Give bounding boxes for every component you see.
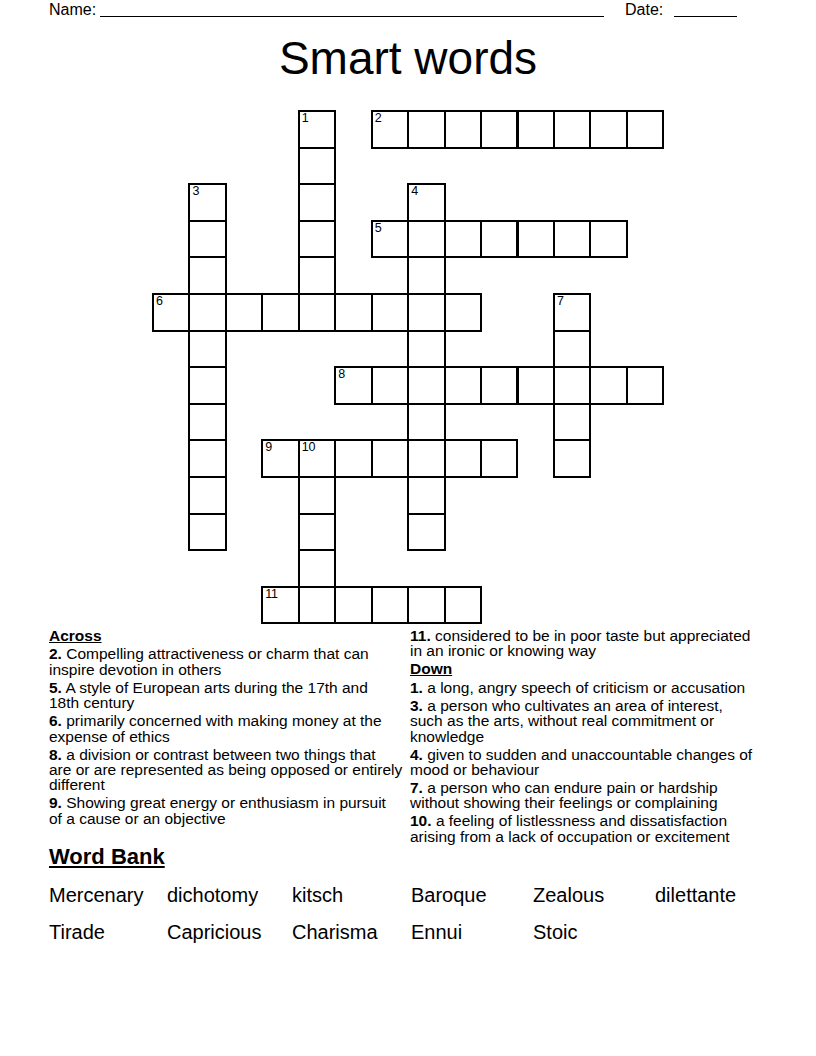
- clue-item-text: a feeling of listlessness and dissatisfa…: [410, 812, 730, 844]
- cell-number: 9: [265, 441, 272, 454]
- grid-cell[interactable]: [407, 220, 445, 259]
- grid-cell[interactable]: [553, 330, 591, 369]
- grid-cell[interactable]: [407, 513, 445, 552]
- grid-cell[interactable]: [298, 220, 336, 259]
- clue-item-text: a person who cultivates an area of inter…: [410, 697, 723, 745]
- grid-cell[interactable]: [444, 439, 482, 478]
- clue-item: 2. Compelling attractiveness or charm th…: [49, 646, 445, 677]
- clue-item: 8. a division or contrast between two th…: [49, 747, 445, 793]
- clue-item: 6. primarily concerned with making money…: [49, 713, 445, 744]
- grid-cell[interactable]: 10: [298, 439, 336, 478]
- grid-cell[interactable]: [298, 476, 336, 515]
- grid-cell[interactable]: [444, 293, 482, 332]
- clue-heading-down: Down: [410, 661, 812, 676]
- grid-cell[interactable]: [589, 366, 627, 405]
- clue-item: 9. Showing great energy or enthusiasm in…: [49, 795, 445, 826]
- grid-cell[interactable]: 4: [407, 183, 445, 222]
- grid-cell[interactable]: [553, 403, 591, 442]
- grid-cell[interactable]: [407, 439, 445, 478]
- grid-cell[interactable]: [444, 586, 482, 625]
- grid-cell[interactable]: [371, 366, 409, 405]
- cell-number: 1: [302, 112, 309, 125]
- clue-item: 3. a person who cultivates an area of in…: [410, 698, 812, 744]
- grid-cell[interactable]: [334, 586, 372, 625]
- word-bank-item: Tirade: [49, 921, 167, 958]
- grid-cell[interactable]: [261, 293, 299, 332]
- grid-cell[interactable]: [407, 366, 445, 405]
- grid-cell[interactable]: [589, 220, 627, 259]
- grid-cell[interactable]: [626, 110, 664, 149]
- grid-cell[interactable]: [553, 110, 591, 149]
- grid-cell[interactable]: 5: [371, 220, 409, 259]
- grid-cell[interactable]: 2: [371, 110, 409, 149]
- date-label: Date:: [625, 1, 663, 19]
- cell-number: 4: [411, 185, 418, 198]
- clue-item-text: given to sudden and unaccountable change…: [410, 746, 752, 778]
- clue-item-text: a person who can endure pain or hardship…: [410, 779, 718, 811]
- cell-number: 3: [192, 185, 199, 198]
- grid-cell[interactable]: [298, 183, 336, 222]
- word-bank-item: Ennui: [411, 921, 533, 958]
- clue-item: 5. A style of European arts during the 1…: [49, 680, 445, 711]
- cell-number: 11: [265, 588, 277, 601]
- clue-item-text: a division or contrast between two thing…: [49, 746, 402, 794]
- date-line[interactable]: [674, 16, 737, 17]
- grid-cell[interactable]: [225, 293, 263, 332]
- word-bank-item: Mercenary: [49, 884, 167, 921]
- grid-cell[interactable]: [188, 476, 226, 515]
- cell-number: 5: [375, 222, 382, 235]
- grid-cell[interactable]: [553, 220, 591, 259]
- word-bank-item: dichotomy: [167, 884, 292, 921]
- word-bank-item: Capricious: [167, 921, 292, 958]
- grid-cell[interactable]: [334, 439, 372, 478]
- grid-cell[interactable]: [298, 549, 336, 588]
- grid-cell[interactable]: [407, 110, 445, 149]
- grid-cell[interactable]: [517, 366, 555, 405]
- grid-cell[interactable]: [298, 293, 336, 332]
- grid-cell[interactable]: [188, 293, 226, 332]
- grid-cell[interactable]: [407, 293, 445, 332]
- grid-cell[interactable]: [298, 147, 336, 186]
- cell-number: 2: [375, 112, 382, 125]
- grid-cell[interactable]: [334, 293, 372, 332]
- grid-cell[interactable]: [407, 256, 445, 295]
- grid-cell[interactable]: 11: [261, 586, 299, 625]
- grid-cell[interactable]: [371, 439, 409, 478]
- word-bank-item: Baroque: [411, 884, 533, 921]
- grid-cell[interactable]: [371, 293, 409, 332]
- grid-cell[interactable]: [188, 256, 226, 295]
- clue-item: 11. considered to be in poor taste but a…: [410, 628, 812, 659]
- grid-cell[interactable]: 1: [298, 110, 336, 149]
- grid-cell[interactable]: 7: [553, 293, 591, 332]
- grid-cell[interactable]: [626, 366, 664, 405]
- clue-item-text: Compelling attractiveness or charm that …: [49, 645, 369, 677]
- name-label: Name:: [49, 1, 96, 19]
- word-bank: MercenarydichotomykitschBaroqueZealousdi…: [49, 884, 736, 959]
- grid-cell[interactable]: [188, 330, 226, 369]
- grid-cell[interactable]: [188, 439, 226, 478]
- grid-cell[interactable]: [517, 220, 555, 259]
- clues-column-left: Across2. Compelling attractiveness or ch…: [49, 628, 445, 829]
- word-bank-item: Charisma: [292, 921, 411, 958]
- clue-item-text: Showing great energy or enthusiasm in pu…: [49, 794, 386, 826]
- word-bank-item: kitsch: [292, 884, 411, 921]
- grid-cell[interactable]: [407, 403, 445, 442]
- cell-number: 6: [156, 295, 163, 308]
- clue-heading-across: Across: [49, 628, 445, 643]
- grid-cell[interactable]: [480, 220, 518, 259]
- grid-cell[interactable]: [298, 513, 336, 552]
- clue-item-number: 1.: [410, 679, 423, 696]
- clue-item-text: primarily concerned with making money at…: [49, 712, 382, 744]
- grid-cell[interactable]: [589, 110, 627, 149]
- grid-cell[interactable]: [188, 366, 226, 405]
- grid-cell[interactable]: [188, 403, 226, 442]
- clue-item: 4. given to sudden and unaccountable cha…: [410, 747, 812, 778]
- grid-cell[interactable]: [298, 586, 336, 625]
- word-bank-heading: Word Bank: [49, 845, 165, 869]
- grid-cell[interactable]: [407, 476, 445, 515]
- grid-cell[interactable]: [480, 110, 518, 149]
- cell-number: 10: [302, 441, 315, 454]
- grid-cell[interactable]: 8: [334, 366, 372, 405]
- grid-cell[interactable]: [444, 366, 482, 405]
- cell-number: 7: [557, 295, 564, 308]
- clue-item-text: A style of European arts during the 17th…: [49, 679, 368, 711]
- grid-cell[interactable]: [480, 366, 518, 405]
- grid-cell[interactable]: [480, 439, 518, 478]
- grid-cell[interactable]: 9: [261, 439, 299, 478]
- name-line[interactable]: [100, 16, 604, 17]
- page-title: Smart words: [0, 32, 816, 84]
- grid-cell[interactable]: [188, 513, 226, 552]
- word-bank-item: Stoic: [533, 921, 655, 958]
- clue-item-text: a long, angry speech of criticism or acc…: [427, 679, 745, 696]
- grid-cell[interactable]: 3: [188, 183, 226, 222]
- clue-item: 10. a feeling of listlessness and dissat…: [410, 813, 812, 844]
- grid-cell[interactable]: [444, 110, 482, 149]
- clue-item-text: considered to be in poor taste but appre…: [410, 627, 750, 659]
- grid-cell[interactable]: [407, 586, 445, 625]
- grid-cell[interactable]: [298, 256, 336, 295]
- clue-item: 7. a person who can endure pain or hards…: [410, 780, 812, 811]
- grid-cell[interactable]: [371, 586, 409, 625]
- word-bank-item: Zealous: [533, 884, 655, 921]
- word-bank-item: dilettante: [655, 884, 736, 921]
- grid-cell[interactable]: 6: [152, 293, 190, 332]
- clue-item: 1. a long, angry speech of criticism or …: [410, 680, 812, 695]
- clues-column-right: 11. considered to be in poor taste but a…: [410, 628, 812, 847]
- grid-cell[interactable]: [444, 220, 482, 259]
- grid-cell[interactable]: [517, 110, 555, 149]
- grid-cell[interactable]: [553, 366, 591, 405]
- grid-cell[interactable]: [407, 330, 445, 369]
- grid-cell[interactable]: [553, 439, 591, 478]
- cell-number: 8: [338, 368, 345, 381]
- grid-cell[interactable]: [188, 220, 226, 259]
